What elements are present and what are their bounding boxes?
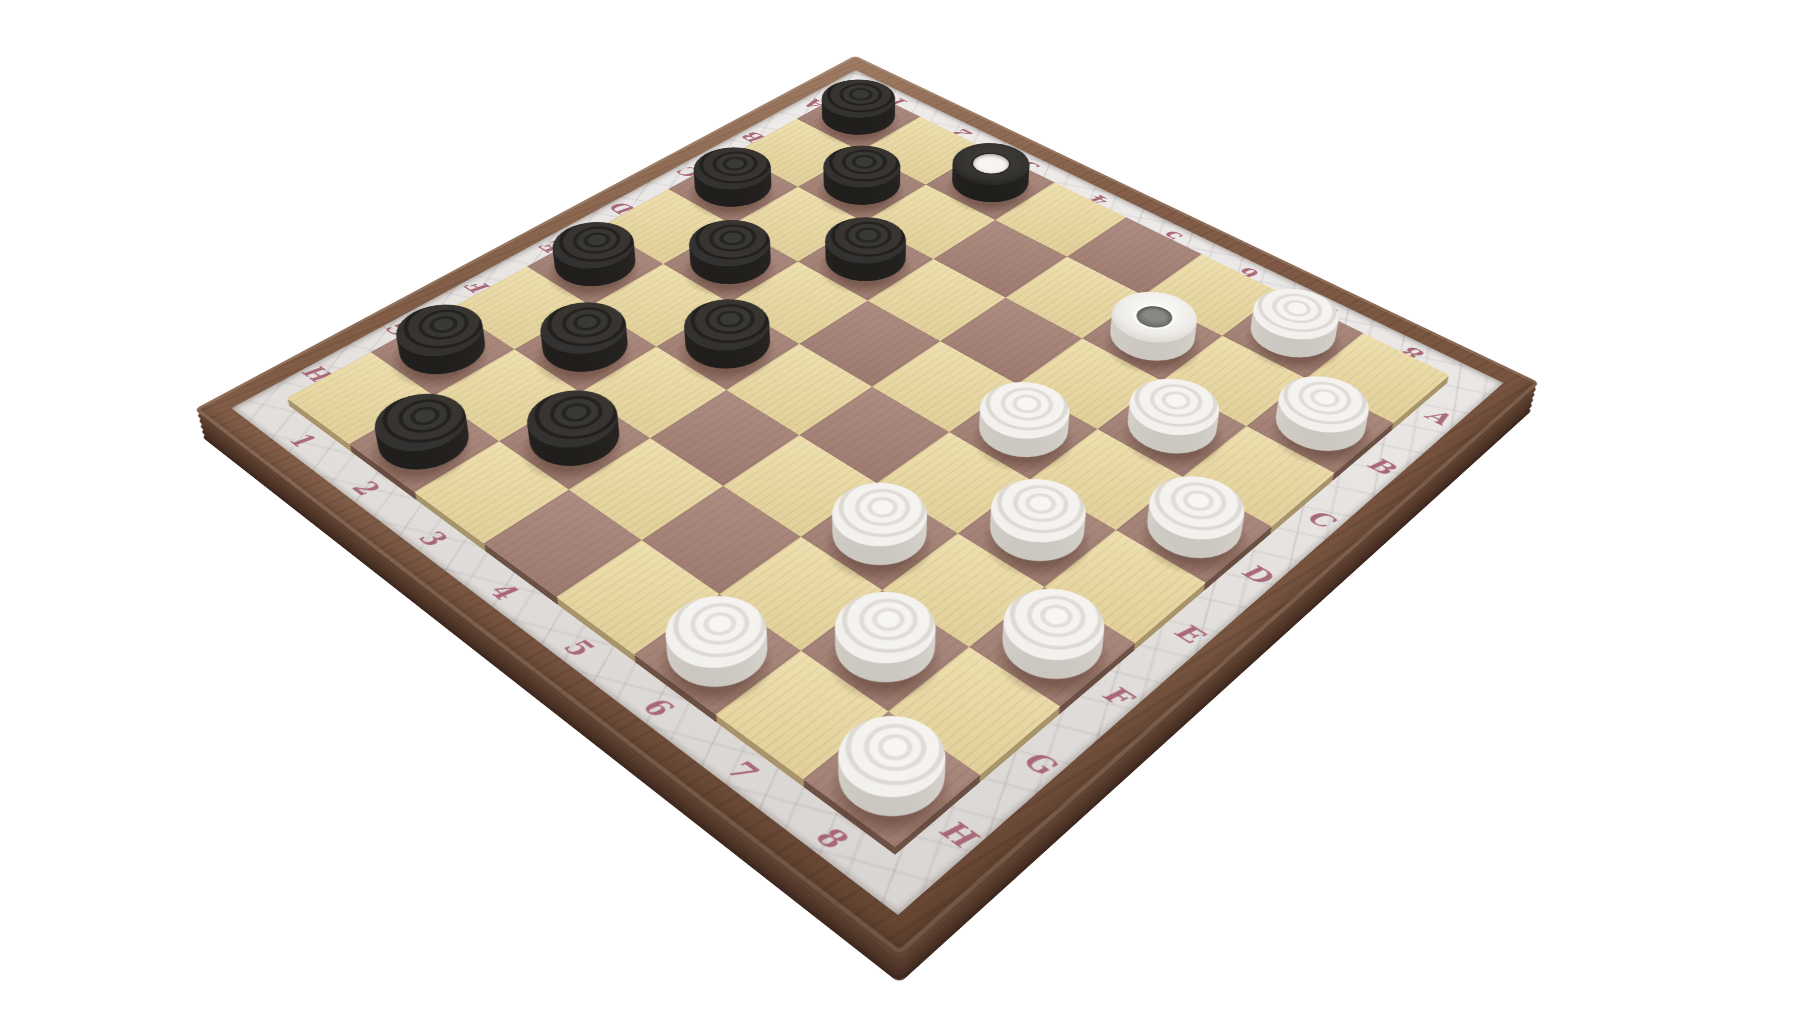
square-E5[interactable] (800, 387, 949, 483)
checkers-board: 12345678 12345678 ABCDEFGH ABCDEFGH (194, 55, 1540, 955)
white-man-D6[interactable] (961, 391, 1086, 471)
playing-field-platform (287, 86, 1450, 848)
square-F4[interactable] (650, 390, 800, 486)
scene: 12345678 12345678 ABCDEFGH ABCDEFGH (0, 0, 1800, 1013)
square-G5[interactable] (642, 486, 800, 594)
white-man-C7[interactable] (1110, 388, 1234, 468)
perspective-wrapper: 12345678 12345678 ABCDEFGH ABCDEFGH (0, 0, 1800, 1013)
